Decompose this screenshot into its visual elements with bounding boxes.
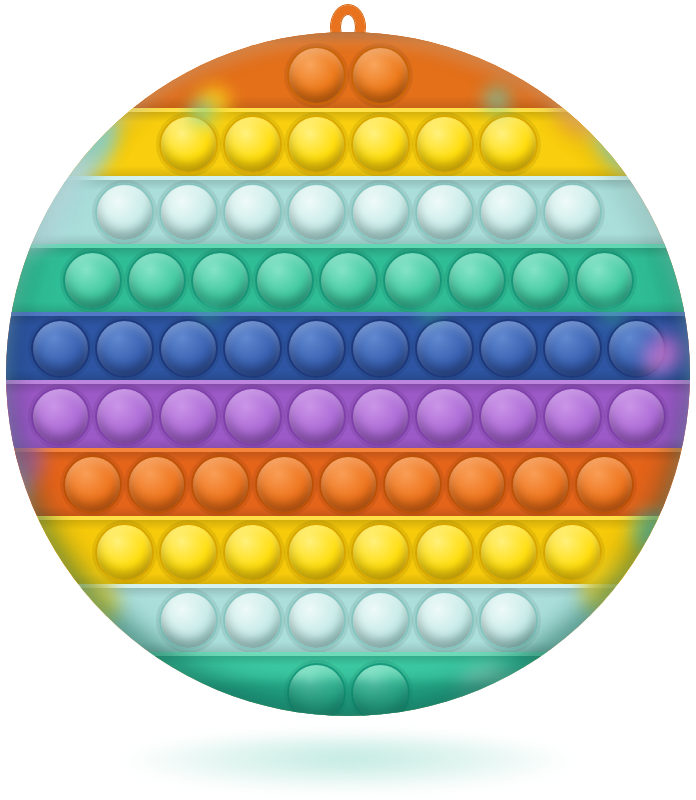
bubble-row-4-green-4[interactable]	[255, 251, 314, 310]
bubble-row-9-iceblue-4[interactable]	[351, 591, 410, 650]
bubble-row-6-purple-10[interactable]	[607, 387, 666, 446]
bubble-row-6-purple-4[interactable]	[223, 387, 282, 446]
bubble-row-6-purple-8[interactable]	[479, 387, 538, 446]
band-row-3-iceblue	[6, 176, 690, 244]
bubble-row-7-orange-2[interactable]	[127, 455, 186, 514]
bubble-row-5-blue-9[interactable]	[543, 319, 602, 378]
bubble-row-3-iceblue-1[interactable]	[95, 183, 154, 242]
band-row-9-iceblue	[6, 584, 690, 652]
bubble-row-9-iceblue-2[interactable]	[223, 591, 282, 650]
bubble-row-10-green-2[interactable]	[351, 663, 410, 716]
bubble-row-2-yellow-2[interactable]	[223, 115, 282, 174]
bubble-row-8-yellow-5[interactable]	[351, 523, 410, 582]
bubble-row-2-yellow-1[interactable]	[159, 115, 218, 174]
bubble-row-4-green-8[interactable]	[511, 251, 570, 310]
bubble-row-5-blue-8[interactable]	[479, 319, 538, 378]
bubble-row-7-orange-8[interactable]	[511, 455, 570, 514]
popit-board	[6, 32, 690, 716]
bubble-row-5-blue-4[interactable]	[223, 319, 282, 378]
bubble-row-10-green-1[interactable]	[287, 663, 346, 716]
band-row-8-yellow	[6, 516, 690, 584]
band-row-6-purple	[6, 380, 690, 448]
band-row-7-orange	[6, 448, 690, 516]
bubble-row-7-orange-1[interactable]	[63, 455, 122, 514]
bubble-row-8-yellow-6[interactable]	[415, 523, 474, 582]
band-row-4-green	[6, 244, 690, 312]
bubble-row-3-iceblue-4[interactable]	[287, 183, 346, 242]
bubble-row-1-orange-2[interactable]	[351, 46, 410, 105]
bubble-row-4-green-5[interactable]	[319, 251, 378, 310]
bubble-row-8-yellow-1[interactable]	[95, 523, 154, 582]
bubble-row-7-orange-7[interactable]	[447, 455, 506, 514]
bubble-row-7-orange-3[interactable]	[191, 455, 250, 514]
product-photo-stage	[0, 0, 696, 800]
bubble-row-8-yellow-7[interactable]	[479, 523, 538, 582]
bubble-row-3-iceblue-3[interactable]	[223, 183, 282, 242]
bubble-row-5-blue-2[interactable]	[95, 319, 154, 378]
table-reflection	[120, 736, 576, 792]
bubble-row-8-yellow-4[interactable]	[287, 523, 346, 582]
bubble-row-6-purple-6[interactable]	[351, 387, 410, 446]
band-row-1-orange	[6, 32, 690, 108]
bubble-row-5-blue-5[interactable]	[287, 319, 346, 378]
bubble-row-4-green-3[interactable]	[191, 251, 250, 310]
bubble-row-5-blue-1[interactable]	[31, 319, 90, 378]
bubble-row-9-iceblue-3[interactable]	[287, 591, 346, 650]
bubble-row-5-blue-3[interactable]	[159, 319, 218, 378]
bubble-row-8-yellow-8[interactable]	[543, 523, 602, 582]
bubble-row-2-yellow-5[interactable]	[415, 115, 474, 174]
bubble-row-4-green-6[interactable]	[383, 251, 442, 310]
bubble-row-8-yellow-2[interactable]	[159, 523, 218, 582]
bubble-row-2-yellow-6[interactable]	[479, 115, 538, 174]
bubble-row-7-orange-4[interactable]	[255, 455, 314, 514]
bubble-row-3-iceblue-5[interactable]	[351, 183, 410, 242]
bubble-row-7-orange-5[interactable]	[319, 455, 378, 514]
bubble-row-6-purple-5[interactable]	[287, 387, 346, 446]
bubble-row-4-green-9[interactable]	[575, 251, 634, 310]
bubble-row-9-iceblue-6[interactable]	[479, 591, 538, 650]
bubble-row-2-yellow-4[interactable]	[351, 115, 410, 174]
bubble-row-1-orange-1[interactable]	[287, 46, 346, 105]
marble-blob	[126, 32, 166, 67]
bubble-row-2-yellow-3[interactable]	[287, 115, 346, 174]
bubble-row-3-iceblue-6[interactable]	[415, 183, 474, 242]
bubble-row-6-purple-9[interactable]	[543, 387, 602, 446]
bubble-row-5-blue-7[interactable]	[415, 319, 474, 378]
bubble-row-6-purple-1[interactable]	[31, 387, 90, 446]
bubble-row-6-purple-7[interactable]	[415, 387, 474, 446]
bubble-row-6-purple-2[interactable]	[95, 387, 154, 446]
bubble-row-8-yellow-3[interactable]	[223, 523, 282, 582]
bubble-row-6-purple-3[interactable]	[159, 387, 218, 446]
bubble-row-4-green-1[interactable]	[63, 251, 122, 310]
band-row-2-yellow	[6, 108, 690, 176]
bubble-row-3-iceblue-2[interactable]	[159, 183, 218, 242]
bubble-row-9-iceblue-1[interactable]	[159, 591, 218, 650]
bubble-row-7-orange-6[interactable]	[383, 455, 442, 514]
bubble-row-3-iceblue-7[interactable]	[479, 183, 538, 242]
bubble-row-3-iceblue-8[interactable]	[543, 183, 602, 242]
bubble-row-5-blue-10[interactable]	[607, 319, 666, 378]
bubble-row-4-green-7[interactable]	[447, 251, 506, 310]
band-row-10-green	[6, 652, 690, 716]
bubble-row-5-blue-6[interactable]	[351, 319, 410, 378]
band-row-5-blue	[6, 312, 690, 380]
bubble-row-4-green-2[interactable]	[127, 251, 186, 310]
bubble-row-9-iceblue-5[interactable]	[415, 591, 474, 650]
bubble-row-7-orange-9[interactable]	[575, 455, 634, 514]
